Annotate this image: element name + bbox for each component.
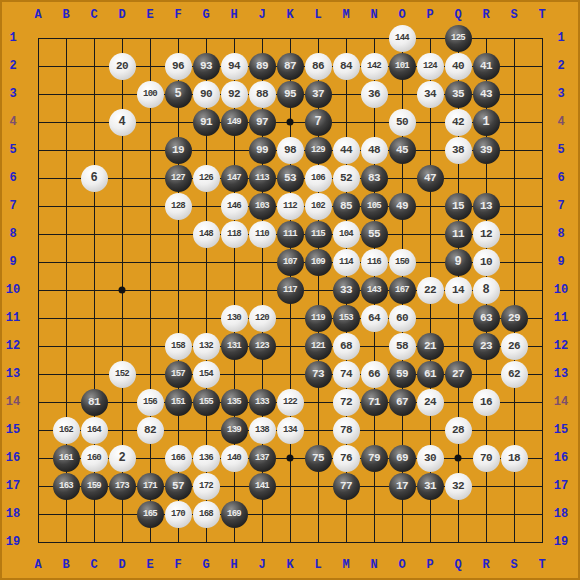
col-label-top-G: G [202,9,209,21]
move-number: 82 [144,424,156,436]
stone-black-P12: 21 [417,333,444,360]
stone-white-O9: 150 [389,249,416,276]
stone-black-K2: 87 [277,53,304,80]
move-number: 30 [424,452,436,464]
move-number: 37 [312,88,324,100]
row-label-left-13: 13 [6,368,20,380]
move-number: 102 [311,201,325,211]
move-number: 135 [227,397,241,407]
row-label-right-6: 6 [557,172,564,184]
row-label-left-1: 1 [9,32,16,44]
move-number: 96 [172,60,184,72]
move-number: 43 [480,88,492,100]
move-number: 93 [200,60,212,72]
move-number: 155 [199,397,213,407]
move-number: 167 [395,285,409,295]
move-number: 133 [255,397,269,407]
stone-white-G17: 172 [193,473,220,500]
move-number: 128 [171,201,185,211]
move-number: 50 [396,116,408,128]
stone-black-O13: 59 [389,361,416,388]
stone-black-Q3: 35 [445,81,472,108]
move-number: 150 [395,257,409,267]
move-number: 89 [256,60,268,72]
stone-white-H11: 130 [221,305,248,332]
move-number: 14 [452,284,464,296]
move-number: 98 [284,144,296,156]
move-number: 103 [255,201,269,211]
move-number: 143 [367,285,381,295]
move-number: 106 [311,173,325,183]
row-label-right-1: 1 [557,32,564,44]
stone-white-Q10: 14 [445,277,472,304]
col-label-top-E: E [146,9,153,21]
move-number: 109 [311,257,325,267]
stone-black-J4: 97 [249,109,276,136]
move-number: 11 [452,228,464,240]
move-number: 6 [90,171,97,185]
move-number: 73 [312,368,324,380]
row-label-left-4: 4 [9,116,16,128]
move-number: 36 [368,88,380,100]
stone-black-K9: 107 [277,249,304,276]
move-number: 28 [452,424,464,436]
row-label-left-7: 7 [9,200,16,212]
row-label-left-14: 14 [6,396,20,408]
move-number: 137 [255,453,269,463]
stone-black-E17: 171 [137,473,164,500]
stone-black-K10: 117 [277,277,304,304]
move-number: 76 [340,452,352,464]
move-number: 32 [452,480,464,492]
stone-white-R14: 16 [473,389,500,416]
stone-white-N5: 48 [361,137,388,164]
move-number: 77 [340,480,352,492]
stone-black-O10: 167 [389,277,416,304]
stone-white-K15: 134 [277,417,304,444]
move-number: 55 [368,228,380,240]
stone-white-G3: 90 [193,81,220,108]
move-number: 10 [480,256,492,268]
stone-white-F16: 166 [165,445,192,472]
stone-black-J16: 137 [249,445,276,472]
row-label-left-10: 10 [6,284,20,296]
stone-black-N14: 71 [361,389,388,416]
move-number: 1 [482,115,489,129]
stone-black-R2: 41 [473,53,500,80]
move-number: 152 [115,369,129,379]
stone-black-Q7: 15 [445,193,472,220]
move-number: 42 [452,116,464,128]
stone-black-S11: 29 [501,305,528,332]
move-number: 154 [199,369,213,379]
stone-black-Q1: 125 [445,25,472,52]
move-number: 105 [367,201,381,211]
stone-white-S16: 18 [501,445,528,472]
stone-black-H6: 147 [221,165,248,192]
stone-black-B17: 163 [53,473,80,500]
stone-black-N8: 55 [361,221,388,248]
col-label-top-T: T [538,9,545,21]
move-number: 171 [143,481,157,491]
col-label-top-M: M [342,9,349,21]
move-number: 156 [143,397,157,407]
stone-black-R11: 63 [473,305,500,332]
move-number: 113 [255,173,269,183]
move-number: 165 [143,509,157,519]
move-number: 12 [480,228,492,240]
stone-white-O1: 144 [389,25,416,52]
col-label-bottom-R: R [482,559,489,571]
move-number: 33 [340,284,352,296]
col-label-bottom-E: E [146,559,153,571]
move-number: 158 [171,341,185,351]
move-number: 101 [395,61,409,71]
stone-black-N7: 105 [361,193,388,220]
stone-white-Q2: 40 [445,53,472,80]
move-number: 127 [171,173,185,183]
move-number: 144 [395,33,409,43]
move-number: 146 [227,201,241,211]
col-label-bottom-P: P [426,559,433,571]
move-number: 107 [283,257,297,267]
move-number: 81 [88,396,100,408]
col-label-top-J: J [258,9,265,21]
col-label-top-S: S [510,9,517,21]
stone-white-E14: 156 [137,389,164,416]
move-number: 15 [452,200,464,212]
move-number: 159 [87,481,101,491]
stone-white-M16: 76 [333,445,360,472]
stone-white-M12: 68 [333,333,360,360]
stone-white-O12: 58 [389,333,416,360]
stone-white-K5: 98 [277,137,304,164]
stone-white-R16: 70 [473,445,500,472]
row-label-right-4: 4 [557,116,564,128]
stone-white-P16: 30 [417,445,444,472]
move-number: 45 [396,144,408,156]
move-number: 23 [480,340,492,352]
stone-white-C16: 160 [81,445,108,472]
go-board[interactable]: AABBCCDDEEFFGGHHJJKKLLMMNNOOPPQQRRSSTT11… [0,0,580,580]
col-label-bottom-T: T [538,559,545,571]
stone-black-Q9: 9 [445,249,472,276]
row-label-right-2: 2 [557,60,564,72]
move-number: 58 [396,340,408,352]
stone-black-G4: 91 [193,109,220,136]
row-label-left-16: 16 [6,452,20,464]
stone-white-Q5: 38 [445,137,472,164]
stone-black-F14: 151 [165,389,192,416]
stone-black-J6: 113 [249,165,276,192]
move-number: 166 [171,453,185,463]
col-label-bottom-S: S [510,559,517,571]
move-number: 78 [340,424,352,436]
stone-black-L9: 109 [305,249,332,276]
move-number: 72 [340,396,352,408]
col-label-bottom-H: H [230,559,237,571]
move-number: 141 [255,481,269,491]
stone-black-M11: 153 [333,305,360,332]
move-number: 31 [424,480,436,492]
move-number: 117 [283,285,297,295]
stone-black-O17: 17 [389,473,416,500]
move-number: 149 [227,117,241,127]
stone-black-J5: 99 [249,137,276,164]
row-label-left-8: 8 [9,228,16,240]
move-number: 35 [452,88,464,100]
stone-white-G12: 132 [193,333,220,360]
col-label-bottom-J: J [258,559,265,571]
move-number: 49 [396,200,408,212]
col-label-top-K: K [286,9,293,21]
move-number: 62 [508,368,520,380]
stone-black-L11: 119 [305,305,332,332]
stone-white-J8: 110 [249,221,276,248]
stone-black-J7: 103 [249,193,276,220]
col-label-top-B: B [62,9,69,21]
stone-white-P3: 34 [417,81,444,108]
stone-white-Q4: 42 [445,109,472,136]
move-number: 59 [396,368,408,380]
stone-white-N9: 116 [361,249,388,276]
col-label-top-O: O [398,9,405,21]
stone-white-M14: 72 [333,389,360,416]
move-number: 52 [340,172,352,184]
stone-black-O16: 69 [389,445,416,472]
move-number: 172 [199,481,213,491]
move-number: 66 [368,368,380,380]
stone-white-B15: 162 [53,417,80,444]
stone-black-E18: 165 [137,501,164,528]
row-label-left-5: 5 [9,144,16,156]
move-number: 27 [452,368,464,380]
move-number: 100 [143,89,157,99]
move-number: 136 [199,453,213,463]
row-label-right-3: 3 [557,88,564,100]
stone-black-Q13: 27 [445,361,472,388]
move-number: 164 [87,425,101,435]
stone-white-L2: 86 [305,53,332,80]
move-number: 124 [423,61,437,71]
stone-white-M15: 78 [333,417,360,444]
move-number: 13 [480,200,492,212]
move-number: 147 [227,173,241,183]
move-number: 110 [255,229,269,239]
stone-white-C15: 164 [81,417,108,444]
stone-black-R3: 43 [473,81,500,108]
col-label-bottom-C: C [90,559,97,571]
stone-white-D13: 152 [109,361,136,388]
move-number: 69 [396,452,408,464]
move-number: 68 [340,340,352,352]
stone-black-H14: 135 [221,389,248,416]
move-number: 138 [255,425,269,435]
stone-black-L16: 75 [305,445,332,472]
col-label-bottom-D: D [118,559,125,571]
move-number: 64 [368,312,380,324]
stone-black-R7: 13 [473,193,500,220]
move-number: 125 [451,33,465,43]
stone-black-O7: 49 [389,193,416,220]
stone-white-P10: 22 [417,277,444,304]
stone-black-N6: 83 [361,165,388,192]
stone-white-M13: 74 [333,361,360,388]
move-number: 116 [367,257,381,267]
move-number: 121 [311,341,325,351]
stone-black-P17: 31 [417,473,444,500]
col-label-bottom-B: B [62,559,69,571]
col-label-bottom-M: M [342,559,349,571]
stone-black-J14: 133 [249,389,276,416]
move-number: 111 [283,229,297,239]
stone-black-P13: 61 [417,361,444,388]
stone-black-G14: 155 [193,389,220,416]
move-number: 26 [508,340,520,352]
move-number: 129 [311,145,325,155]
move-number: 126 [199,173,213,183]
stone-white-E3: 100 [137,81,164,108]
row-label-left-15: 15 [6,424,20,436]
move-number: 169 [227,509,241,519]
stone-white-R10: 8 [473,277,500,304]
stone-white-F12: 158 [165,333,192,360]
stone-white-R8: 12 [473,221,500,248]
stone-black-D17: 173 [109,473,136,500]
move-number: 142 [367,61,381,71]
move-number: 57 [172,480,184,492]
stone-white-F18: 170 [165,501,192,528]
move-number: 84 [340,60,352,72]
stone-black-F3: 5 [165,81,192,108]
stone-black-M7: 85 [333,193,360,220]
move-number: 151 [171,397,185,407]
stone-white-O11: 60 [389,305,416,332]
row-label-left-19: 19 [6,536,20,548]
move-number: 168 [199,509,213,519]
stone-white-N2: 142 [361,53,388,80]
move-number: 99 [256,144,268,156]
move-number: 8 [482,283,489,297]
move-number: 38 [452,144,464,156]
stone-black-N10: 143 [361,277,388,304]
stone-white-Q15: 28 [445,417,472,444]
stone-white-G8: 148 [193,221,220,248]
move-number: 91 [200,116,212,128]
move-number: 163 [59,481,73,491]
stone-black-L8: 115 [305,221,332,248]
stone-black-L5: 129 [305,137,332,164]
move-number: 95 [284,88,296,100]
stone-white-D2: 20 [109,53,136,80]
stone-black-P6: 47 [417,165,444,192]
move-number: 112 [283,201,297,211]
move-number: 153 [339,313,353,323]
stone-black-B16: 161 [53,445,80,472]
move-number: 41 [480,60,492,72]
move-number: 88 [256,88,268,100]
stone-white-D4: 4 [109,109,136,136]
col-label-bottom-K: K [286,559,293,571]
stone-black-G2: 93 [193,53,220,80]
move-number: 97 [256,116,268,128]
stone-black-R12: 23 [473,333,500,360]
move-number: 79 [368,452,380,464]
stone-black-R5: 39 [473,137,500,164]
stone-white-J3: 88 [249,81,276,108]
move-number: 140 [227,453,241,463]
move-number: 74 [340,368,352,380]
move-number: 120 [255,313,269,323]
move-number: 148 [199,229,213,239]
move-number: 67 [396,396,408,408]
row-label-left-9: 9 [9,256,16,268]
move-number: 157 [171,369,185,379]
move-number: 7 [314,115,321,129]
stone-black-H12: 131 [221,333,248,360]
stone-white-K14: 122 [277,389,304,416]
stone-black-F5: 19 [165,137,192,164]
row-label-right-7: 7 [557,200,564,212]
move-number: 134 [283,425,297,435]
col-label-bottom-Q: Q [454,559,461,571]
move-number: 48 [368,144,380,156]
stone-black-K8: 111 [277,221,304,248]
move-number: 115 [311,229,325,239]
row-label-left-2: 2 [9,60,16,72]
move-number: 4 [118,115,125,129]
stone-black-H18: 169 [221,501,248,528]
move-number: 75 [312,452,324,464]
stone-black-L3: 37 [305,81,332,108]
row-label-left-6: 6 [9,172,16,184]
move-number: 83 [368,172,380,184]
row-label-right-8: 8 [557,228,564,240]
col-label-bottom-G: G [202,559,209,571]
move-number: 104 [339,229,353,239]
move-number: 131 [227,341,241,351]
move-number: 29 [508,312,520,324]
stone-white-P14: 24 [417,389,444,416]
col-label-top-F: F [174,9,181,21]
stone-white-O4: 50 [389,109,416,136]
stone-black-R4: 1 [473,109,500,136]
stone-black-O14: 67 [389,389,416,416]
col-label-top-D: D [118,9,125,21]
stone-black-F13: 157 [165,361,192,388]
stone-black-L12: 121 [305,333,332,360]
stone-black-J12: 123 [249,333,276,360]
move-number: 20 [116,60,128,72]
move-number: 132 [199,341,213,351]
stone-white-M2: 84 [333,53,360,80]
col-label-bottom-L: L [314,559,321,571]
stone-black-K3: 95 [277,81,304,108]
stone-white-M9: 114 [333,249,360,276]
stone-black-J2: 89 [249,53,276,80]
row-label-left-18: 18 [6,508,20,520]
stone-black-Q8: 11 [445,221,472,248]
stone-black-O2: 101 [389,53,416,80]
row-label-right-5: 5 [557,144,564,156]
stone-white-M8: 104 [333,221,360,248]
stone-white-E15: 82 [137,417,164,444]
move-number: 119 [311,313,325,323]
move-number: 63 [480,312,492,324]
stone-white-D16: 2 [109,445,136,472]
stone-black-H15: 139 [221,417,248,444]
stone-white-Q17: 32 [445,473,472,500]
